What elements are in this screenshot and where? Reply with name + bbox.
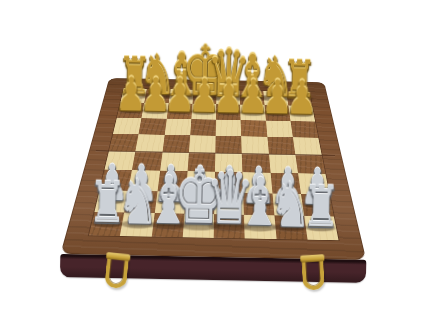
piece-gold-pawn-h7: ♟ bbox=[286, 74, 318, 121]
pieces-layer: ♜♞♝♚♛♝♞♜♟♟♟♟♟♟♟♟♟♟♟♟♟♟♟♟♜♞♝♚♛♝♞♜ bbox=[0, 0, 423, 318]
product-photo-stage: ♜♞♝♚♛♝♞♜♟♟♟♟♟♟♟♟♟♟♟♟♟♟♟♟♜♞♝♚♛♝♞♜ bbox=[0, 0, 423, 318]
chess-set: ♜♞♝♚♛♝♞♜♟♟♟♟♟♟♟♟♟♟♟♟♟♟♟♟♜♞♝♚♛♝♞♜ bbox=[0, 0, 423, 318]
piece-silver-rook-h1: ♜ bbox=[302, 179, 341, 236]
